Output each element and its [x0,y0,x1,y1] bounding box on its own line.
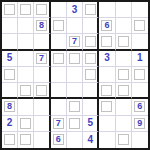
cell-r8c4 [67,132,83,148]
cell-r7c6 [99,116,115,132]
cell-r3c1 [18,51,34,67]
cell-r0c7 [116,2,132,18]
input-box[interactable] [53,53,64,64]
input-box[interactable] [85,53,96,64]
cell-r4c3 [51,67,67,83]
input-box[interactable] [69,118,80,129]
cell-r0c5[interactable] [83,2,99,18]
entry-digit-box[interactable]: 8 [4,101,15,112]
cell-r4c6 [99,67,115,83]
entry-digit-box[interactable]: 7 [53,118,64,129]
cell-r1c4 [67,18,83,34]
cell-r5c7[interactable] [116,83,132,99]
cell-r6c6[interactable] [99,99,115,115]
cell-r5c1[interactable] [18,83,34,99]
cell-r0c6 [99,2,115,18]
cell-r7c4[interactable] [67,116,83,132]
cell-r3c3[interactable] [51,51,67,67]
cell-r1c5 [83,18,99,34]
input-box[interactable] [20,4,31,15]
input-box[interactable] [36,85,47,96]
cell-r7c2 [34,116,50,132]
cell-r8c6 [99,132,115,148]
input-box[interactable] [101,36,112,47]
input-box[interactable] [4,4,15,15]
cell-r0c0[interactable] [2,2,18,18]
input-box[interactable] [134,20,145,31]
cell-r4c7[interactable] [116,67,132,83]
cell-r0c8 [132,2,148,18]
given-digit: 5 [7,53,13,63]
entry-digit-box[interactable]: 7 [69,36,80,47]
input-box[interactable] [53,20,64,31]
entry-digit-box[interactable]: 6 [53,134,64,145]
cell-r5c5 [83,83,99,99]
cell-r8c3[interactable]: 6 [51,132,67,148]
cell-r5c8 [132,83,148,99]
input-box[interactable] [118,69,129,80]
input-box[interactable] [101,101,112,112]
cell-r8c2 [34,132,50,148]
cell-r0c1[interactable] [18,2,34,18]
entry-digit-box[interactable]: 7 [36,53,47,64]
input-box[interactable] [85,36,96,47]
cell-r6c3 [51,99,67,115]
entry-digit-box[interactable]: 6 [134,101,145,112]
cell-r5c0 [2,83,18,99]
cell-r6c8[interactable]: 6 [132,99,148,115]
cell-r8c5: 4 [83,132,99,148]
cell-r8c7[interactable] [116,132,132,148]
cell-r4c8[interactable] [132,67,148,83]
cell-r6c0[interactable]: 8 [2,99,18,115]
input-box[interactable] [20,85,31,96]
input-box[interactable] [118,85,129,96]
cell-r3c5[interactable] [83,51,99,67]
cell-r0c4: 3 [67,2,83,18]
given-digit: 2 [7,118,13,128]
cell-r8c8 [132,132,148,148]
cell-r2c4[interactable]: 7 [67,34,83,50]
cell-r1c2[interactable]: 8 [34,18,50,34]
cell-r7c3[interactable]: 7 [51,116,67,132]
cell-r6c1 [18,99,34,115]
cell-r1c6[interactable]: 6 [99,18,115,34]
cell-r5c3 [51,83,67,99]
cell-r7c7 [116,116,132,132]
cell-r2c5[interactable] [83,34,99,50]
entry-digit-box[interactable]: 8 [36,20,47,31]
cell-r3c8: 1 [132,51,148,67]
input-box[interactable] [85,4,96,15]
input-box[interactable] [101,85,112,96]
given-digit: 1 [137,53,143,63]
cell-r4c5[interactable] [83,67,99,83]
input-box[interactable] [36,4,47,15]
cell-r1c7 [116,18,132,34]
entry-digit-box[interactable]: 9 [134,118,145,129]
cell-r7c8[interactable]: 9 [132,116,148,132]
given-digit: 5 [87,118,93,128]
cell-r3c0: 5 [2,51,18,67]
input-box[interactable] [20,134,31,145]
sudoku-board: 3867573186275964 [0,0,150,150]
cell-r5c6[interactable] [99,83,115,99]
cell-r4c1 [18,67,34,83]
cell-r2c0 [2,34,18,50]
cell-r2c2 [34,34,50,50]
input-box[interactable] [4,134,15,145]
cell-r5c4 [67,83,83,99]
cell-r1c0 [2,18,18,34]
cell-r6c7 [116,99,132,115]
given-digit: 3 [72,5,78,15]
input-box[interactable] [69,101,80,112]
cell-r7c5: 5 [83,116,99,132]
given-digit: 3 [104,53,110,63]
cell-r2c3 [51,34,67,50]
input-box[interactable] [134,69,145,80]
cell-r4c4 [67,67,83,83]
cell-r7c1[interactable] [18,116,34,132]
cell-r7c0: 2 [2,116,18,132]
cell-r3c4[interactable] [67,51,83,67]
cell-r4c2 [34,67,50,83]
cell-r1c8[interactable] [132,18,148,34]
input-box[interactable] [118,134,129,145]
cell-r2c7[interactable] [116,34,132,50]
cell-r0c2[interactable] [34,2,50,18]
cell-r1c3[interactable] [51,18,67,34]
cell-r8c0[interactable] [2,132,18,148]
cell-r1c1 [18,18,34,34]
cell-r5c2[interactable] [34,83,50,99]
cell-r3c2[interactable]: 7 [34,51,50,67]
cell-r0c3 [51,2,67,18]
cell-r6c2 [34,99,50,115]
cell-r2c1 [18,34,34,50]
cell-r8c1[interactable] [18,132,34,148]
input-box[interactable] [69,53,80,64]
cell-r6c4[interactable] [67,99,83,115]
cell-r3c6: 3 [99,51,115,67]
input-box[interactable] [20,118,31,129]
given-digit: 4 [87,135,93,145]
cell-r3c7 [116,51,132,67]
cell-r2c8 [132,34,148,50]
entry-digit-box[interactable]: 6 [101,20,112,31]
input-box[interactable] [85,69,96,80]
input-box[interactable] [118,36,129,47]
cell-r4c0[interactable] [2,67,18,83]
cell-r2c6[interactable] [99,34,115,50]
cell-r6c5 [83,99,99,115]
input-box[interactable] [4,69,15,80]
